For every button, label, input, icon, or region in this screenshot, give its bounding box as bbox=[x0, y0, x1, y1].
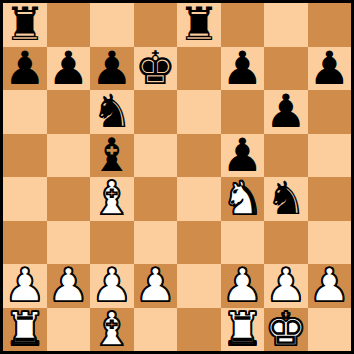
white-pawn: ♟ bbox=[48, 264, 89, 308]
square-e8[interactable]: ♜ bbox=[177, 3, 221, 47]
white-bishop: ♝ bbox=[91, 308, 132, 352]
black-pawn: ♟ bbox=[4, 47, 45, 91]
square-d6[interactable] bbox=[134, 90, 178, 134]
square-h8[interactable] bbox=[308, 3, 352, 47]
black-bishop: ♝ bbox=[91, 134, 132, 178]
square-f6[interactable] bbox=[221, 90, 265, 134]
black-knight: ♞ bbox=[91, 90, 132, 134]
square-b6[interactable] bbox=[47, 90, 91, 134]
square-b2[interactable]: ♟ bbox=[47, 264, 91, 308]
black-pawn: ♟ bbox=[222, 47, 263, 91]
square-a2[interactable]: ♟ bbox=[3, 264, 47, 308]
square-h1[interactable] bbox=[308, 308, 352, 352]
square-h4[interactable] bbox=[308, 177, 352, 221]
square-d3[interactable] bbox=[134, 221, 178, 265]
black-knight: ♞ bbox=[265, 177, 306, 221]
square-e4[interactable] bbox=[177, 177, 221, 221]
square-f3[interactable] bbox=[221, 221, 265, 265]
square-d8[interactable] bbox=[134, 3, 178, 47]
square-a5[interactable] bbox=[3, 134, 47, 178]
square-c7[interactable]: ♟ bbox=[90, 47, 134, 91]
square-e2[interactable] bbox=[177, 264, 221, 308]
square-h3[interactable] bbox=[308, 221, 352, 265]
square-g8[interactable] bbox=[264, 3, 308, 47]
white-pawn: ♟ bbox=[309, 264, 350, 308]
square-b8[interactable] bbox=[47, 3, 91, 47]
square-a6[interactable] bbox=[3, 90, 47, 134]
square-d4[interactable] bbox=[134, 177, 178, 221]
square-a3[interactable] bbox=[3, 221, 47, 265]
square-b4[interactable] bbox=[47, 177, 91, 221]
square-g7[interactable] bbox=[264, 47, 308, 91]
square-f1[interactable]: ♜ bbox=[221, 308, 265, 352]
square-b3[interactable] bbox=[47, 221, 91, 265]
square-c2[interactable]: ♟ bbox=[90, 264, 134, 308]
black-pawn: ♟ bbox=[222, 134, 263, 178]
square-f4[interactable]: ♞ bbox=[221, 177, 265, 221]
square-a8[interactable]: ♜ bbox=[3, 3, 47, 47]
black-pawn: ♟ bbox=[91, 47, 132, 91]
square-a4[interactable] bbox=[3, 177, 47, 221]
square-c1[interactable]: ♝ bbox=[90, 308, 134, 352]
white-pawn: ♟ bbox=[4, 264, 45, 308]
white-knight: ♞ bbox=[222, 177, 263, 221]
black-rook: ♜ bbox=[178, 3, 219, 47]
black-pawn: ♟ bbox=[265, 90, 306, 134]
white-king: ♚ bbox=[265, 308, 306, 352]
square-f2[interactable]: ♟ bbox=[221, 264, 265, 308]
square-f8[interactable] bbox=[221, 3, 265, 47]
square-g2[interactable]: ♟ bbox=[264, 264, 308, 308]
square-d2[interactable]: ♟ bbox=[134, 264, 178, 308]
square-e6[interactable] bbox=[177, 90, 221, 134]
square-b1[interactable] bbox=[47, 308, 91, 352]
white-bishop: ♝ bbox=[91, 177, 132, 221]
square-c4[interactable]: ♝ bbox=[90, 177, 134, 221]
square-f7[interactable]: ♟ bbox=[221, 47, 265, 91]
square-d5[interactable] bbox=[134, 134, 178, 178]
square-b5[interactable] bbox=[47, 134, 91, 178]
square-g1[interactable]: ♚ bbox=[264, 308, 308, 352]
square-a7[interactable]: ♟ bbox=[3, 47, 47, 91]
black-pawn: ♟ bbox=[48, 47, 89, 91]
white-pawn: ♟ bbox=[91, 264, 132, 308]
square-e5[interactable] bbox=[177, 134, 221, 178]
square-a1[interactable]: ♜ bbox=[3, 308, 47, 352]
square-c5[interactable]: ♝ bbox=[90, 134, 134, 178]
chess-board: ♜♜♟♟♟♚♟♟♞♟♝♟♝♞♞♟♟♟♟♟♟♟♜♝♜♚ bbox=[3, 3, 351, 351]
square-g6[interactable]: ♟ bbox=[264, 90, 308, 134]
square-c8[interactable] bbox=[90, 3, 134, 47]
black-rook: ♜ bbox=[4, 3, 45, 47]
white-rook: ♜ bbox=[4, 308, 45, 352]
white-pawn: ♟ bbox=[222, 264, 263, 308]
black-king: ♚ bbox=[135, 47, 176, 91]
square-f5[interactable]: ♟ bbox=[221, 134, 265, 178]
square-e7[interactable] bbox=[177, 47, 221, 91]
square-h7[interactable]: ♟ bbox=[308, 47, 352, 91]
black-pawn: ♟ bbox=[309, 47, 350, 91]
white-rook: ♜ bbox=[222, 308, 263, 352]
square-b7[interactable]: ♟ bbox=[47, 47, 91, 91]
square-h5[interactable] bbox=[308, 134, 352, 178]
square-c3[interactable] bbox=[90, 221, 134, 265]
square-c6[interactable]: ♞ bbox=[90, 90, 134, 134]
square-g3[interactable] bbox=[264, 221, 308, 265]
white-pawn: ♟ bbox=[135, 264, 176, 308]
white-pawn: ♟ bbox=[265, 264, 306, 308]
chess-board-frame: ♜♜♟♟♟♚♟♟♞♟♝♟♝♞♞♟♟♟♟♟♟♟♜♝♜♚ bbox=[0, 0, 354, 354]
square-e3[interactable] bbox=[177, 221, 221, 265]
square-g4[interactable]: ♞ bbox=[264, 177, 308, 221]
square-h6[interactable] bbox=[308, 90, 352, 134]
square-d1[interactable] bbox=[134, 308, 178, 352]
square-g5[interactable] bbox=[264, 134, 308, 178]
square-d7[interactable]: ♚ bbox=[134, 47, 178, 91]
square-h2[interactable]: ♟ bbox=[308, 264, 352, 308]
square-e1[interactable] bbox=[177, 308, 221, 352]
